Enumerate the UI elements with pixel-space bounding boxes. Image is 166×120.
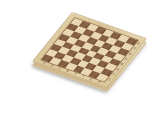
square-h1	[96, 74, 108, 82]
product-photo: abcdefgh 87654321	[0, 0, 166, 120]
chessboard: abcdefgh 87654321	[32, 12, 147, 88]
